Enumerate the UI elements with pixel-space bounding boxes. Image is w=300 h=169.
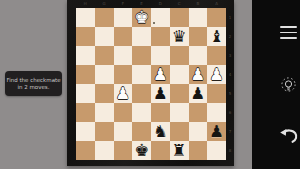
- file-label-a: A: [207, 0, 226, 8]
- square-d7[interactable]: ♞: [151, 122, 170, 141]
- square-d8[interactable]: [151, 141, 170, 160]
- square-d1[interactable]: [151, 8, 170, 27]
- square-h5[interactable]: [76, 84, 95, 103]
- sidebar: [252, 0, 300, 169]
- black-queen-c2[interactable]: ♛: [172, 27, 187, 46]
- rank-label-4: 4: [227, 65, 234, 84]
- white-pawn-f5[interactable]: ♟: [115, 84, 130, 103]
- square-h7[interactable]: [76, 122, 95, 141]
- rank-label-7: 7: [227, 122, 234, 141]
- square-c3[interactable]: [170, 46, 189, 65]
- rank-label-5: 5: [227, 84, 234, 103]
- hint-bulb-icon[interactable]: [280, 77, 297, 98]
- app-screen: Find the checkmate in 2 moves. HGFEDCBA …: [0, 0, 300, 169]
- square-h2[interactable]: [76, 27, 95, 46]
- square-a7[interactable]: ♟: [207, 122, 226, 141]
- black-pawn-b5[interactable]: ♟: [190, 84, 205, 103]
- square-c8[interactable]: ♜: [170, 141, 189, 160]
- black-knight-d7[interactable]: ♞: [153, 122, 168, 141]
- black-bishop-a2[interactable]: ♝: [209, 27, 224, 46]
- black-pawn-a7[interactable]: ♟: [209, 122, 224, 141]
- square-e8[interactable]: ♚: [132, 141, 151, 160]
- file-label-f: F: [114, 0, 133, 8]
- square-g5[interactable]: [95, 84, 114, 103]
- file-label-c: C: [170, 0, 189, 8]
- square-e5[interactable]: [132, 84, 151, 103]
- file-label-b: B: [189, 0, 208, 8]
- file-label-g: G: [95, 0, 114, 8]
- square-a3[interactable]: [207, 46, 226, 65]
- white-pawn-a4[interactable]: ♟: [209, 65, 224, 84]
- square-b1[interactable]: [189, 8, 208, 27]
- square-f7[interactable]: [114, 122, 133, 141]
- square-b4[interactable]: ♟: [189, 65, 208, 84]
- rank-label-2: 2: [227, 27, 234, 46]
- square-f3[interactable]: [114, 46, 133, 65]
- square-d2[interactable]: [151, 27, 170, 46]
- square-b8[interactable]: [189, 141, 208, 160]
- square-a1[interactable]: [207, 8, 226, 27]
- square-d3[interactable]: [151, 46, 170, 65]
- rank-label-1: 1: [227, 8, 234, 27]
- square-f8[interactable]: [114, 141, 133, 160]
- square-f1[interactable]: [114, 8, 133, 27]
- square-d4[interactable]: ♟: [151, 65, 170, 84]
- hint-panel: Find the checkmate in 2 moves.: [5, 71, 62, 96]
- square-e7[interactable]: [132, 122, 151, 141]
- square-a6[interactable]: [207, 103, 226, 122]
- white-king-e1[interactable]: ♚: [134, 8, 149, 27]
- rank-label-8: 8: [227, 141, 234, 160]
- square-e4[interactable]: [132, 65, 151, 84]
- square-c1[interactable]: [170, 8, 189, 27]
- square-e6[interactable]: [132, 103, 151, 122]
- square-f2[interactable]: [114, 27, 133, 46]
- white-pawn-d4[interactable]: ♟: [153, 65, 168, 84]
- square-b7[interactable]: [189, 122, 208, 141]
- black-pawn-d5[interactable]: ♟: [153, 84, 168, 103]
- hint-text-line2: in 2 moves.: [18, 84, 50, 91]
- square-h8[interactable]: [76, 141, 95, 160]
- square-h3[interactable]: [76, 46, 95, 65]
- square-e2[interactable]: [132, 27, 151, 46]
- square-g3[interactable]: [95, 46, 114, 65]
- rank-label-3: 3: [227, 46, 234, 65]
- square-e1[interactable]: ♚: [132, 8, 151, 27]
- menu-icon[interactable]: [280, 26, 297, 39]
- square-b3[interactable]: [189, 46, 208, 65]
- square-f5[interactable]: ♟: [114, 84, 133, 103]
- square-b6[interactable]: [189, 103, 208, 122]
- square-d5[interactable]: ♟: [151, 84, 170, 103]
- square-e3[interactable]: [132, 46, 151, 65]
- square-c5[interactable]: [170, 84, 189, 103]
- file-label-h: H: [76, 0, 95, 8]
- undo-icon[interactable]: [280, 128, 299, 148]
- rank-labels: 12345678: [227, 8, 234, 160]
- square-c6[interactable]: [170, 103, 189, 122]
- square-a4[interactable]: ♟: [207, 65, 226, 84]
- square-h4[interactable]: [76, 65, 95, 84]
- square-h1[interactable]: [76, 8, 95, 27]
- hint-text-line1: Find the checkmate: [6, 77, 60, 84]
- square-g6[interactable]: [95, 103, 114, 122]
- file-labels: HGFEDCBA: [76, 0, 226, 8]
- square-d6[interactable]: [151, 103, 170, 122]
- square-g2[interactable]: [95, 27, 114, 46]
- black-rook-c8[interactable]: ♜: [172, 141, 187, 160]
- square-g7[interactable]: [95, 122, 114, 141]
- square-g4[interactable]: [95, 65, 114, 84]
- file-label-d: D: [151, 0, 170, 8]
- square-c7[interactable]: [170, 122, 189, 141]
- square-b5[interactable]: ♟: [189, 84, 208, 103]
- chess-board[interactable]: ♚♛♝♟♟♟♟♟♟♞♟♚♜: [76, 8, 226, 160]
- square-b2[interactable]: [189, 27, 208, 46]
- square-a5[interactable]: [207, 84, 226, 103]
- square-g1[interactable]: [95, 8, 114, 27]
- black-king-e8[interactable]: ♚: [134, 141, 149, 160]
- file-label-e: E: [132, 0, 151, 8]
- square-f4[interactable]: [114, 65, 133, 84]
- square-c2[interactable]: ♛: [170, 27, 189, 46]
- square-c4[interactable]: [170, 65, 189, 84]
- square-f6[interactable]: [114, 103, 133, 122]
- square-a2[interactable]: ♝: [207, 27, 226, 46]
- board-frame: HGFEDCBA 12345678 ♚♛♝♟♟♟♟♟♟♞♟♚♜: [67, 0, 234, 166]
- white-pawn-b4[interactable]: ♟: [190, 65, 205, 84]
- rank-label-6: 6: [227, 103, 234, 122]
- square-g8[interactable]: [95, 141, 114, 160]
- square-a8[interactable]: [207, 141, 226, 160]
- square-h6[interactable]: [76, 103, 95, 122]
